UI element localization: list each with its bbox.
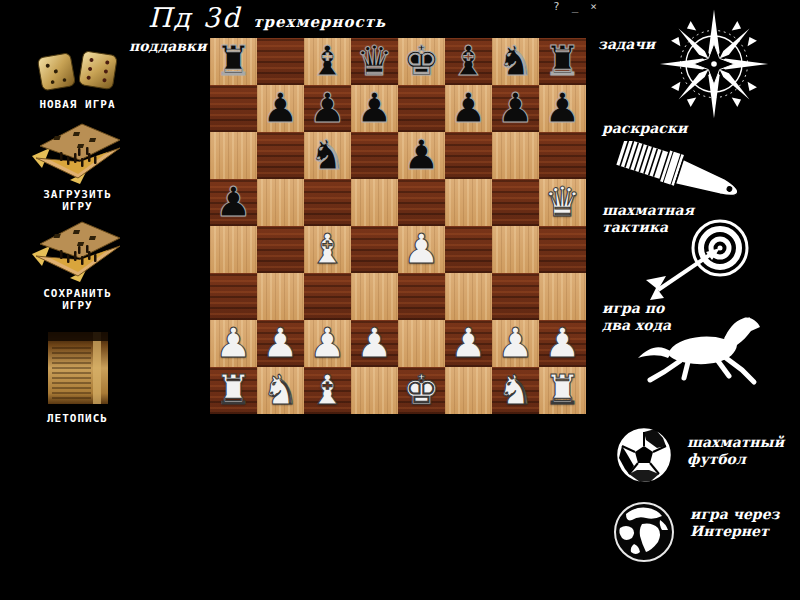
help-button[interactable]: ? <box>550 0 563 13</box>
square-g4[interactable] <box>492 226 539 273</box>
square-d6[interactable] <box>351 132 398 179</box>
square-e6[interactable]: ♟ <box>398 132 445 179</box>
galloping-horse-icon <box>632 308 772 398</box>
black-bishop: ♝ <box>309 38 346 85</box>
square-b5[interactable] <box>257 179 304 226</box>
square-d1[interactable] <box>351 367 398 414</box>
square-d5[interactable] <box>351 179 398 226</box>
ancient-book-icon <box>43 328 113 406</box>
square-c8[interactable]: ♝ <box>304 38 351 85</box>
square-e3[interactable] <box>398 273 445 320</box>
soccer-ball-icon <box>613 424 675 486</box>
white-pawn: ♟ <box>403 226 440 273</box>
square-g8[interactable]: ♞ <box>492 38 539 85</box>
square-g6[interactable] <box>492 132 539 179</box>
square-c4[interactable]: ♝ <box>304 226 351 273</box>
square-f3[interactable] <box>445 273 492 320</box>
white-knight: ♞ <box>497 367 534 414</box>
menu-coloring[interactable]: раскраски <box>602 120 792 211</box>
square-g5[interactable] <box>492 179 539 226</box>
square-f2[interactable]: ♟ <box>445 320 492 367</box>
black-bishop: ♝ <box>450 38 487 85</box>
black-pawn: ♟ <box>544 85 581 132</box>
square-c1[interactable]: ♝ <box>304 367 351 414</box>
square-h4[interactable] <box>539 226 586 273</box>
square-e1[interactable]: ♚ <box>398 367 445 414</box>
chess-football-label-line2: футбол <box>687 451 784 468</box>
square-d4[interactable] <box>351 226 398 273</box>
square-g1[interactable]: ♞ <box>492 367 539 414</box>
folding-chess-set-icon <box>30 218 126 282</box>
menu-new-game[interactable]: НОВАЯ ИГРА <box>20 48 135 111</box>
square-a5[interactable]: ♟ <box>210 179 257 226</box>
black-king: ♚ <box>403 38 440 85</box>
coloring-label: раскраски <box>602 120 792 137</box>
square-c3[interactable] <box>304 273 351 320</box>
square-a1[interactable]: ♜ <box>210 367 257 414</box>
save-game-label-line2: ИГРУ <box>20 300 135 312</box>
app-title: Пд 3d <box>148 2 241 33</box>
square-c5[interactable] <box>304 179 351 226</box>
square-f5[interactable] <box>445 179 492 226</box>
giveaway-mode-label[interactable]: поддавки <box>129 38 207 54</box>
white-queen: ♛ <box>544 179 581 226</box>
square-e7[interactable] <box>398 85 445 132</box>
square-a3[interactable] <box>210 273 257 320</box>
menu-chronicle[interactable]: ЛЕТОПИСЬ <box>20 328 135 425</box>
square-h8[interactable]: ♜ <box>539 38 586 85</box>
white-pawn: ♟ <box>544 320 581 367</box>
square-e8[interactable]: ♚ <box>398 38 445 85</box>
square-h6[interactable] <box>539 132 586 179</box>
square-a6[interactable] <box>210 132 257 179</box>
dice-icon <box>34 48 122 94</box>
square-e2[interactable] <box>398 320 445 367</box>
square-d2[interactable]: ♟ <box>351 320 398 367</box>
menu-load-game[interactable]: ЗАГРУЗИТЬ ИГРУ <box>20 120 135 213</box>
square-b8[interactable] <box>257 38 304 85</box>
white-bishop: ♝ <box>309 367 346 414</box>
square-b3[interactable] <box>257 273 304 320</box>
folding-chess-set-icon <box>30 120 126 184</box>
square-g7[interactable]: ♟ <box>492 85 539 132</box>
white-pawn: ♟ <box>450 320 487 367</box>
internet-play-label-line2: Интернет <box>690 523 779 540</box>
black-queen: ♛ <box>356 38 393 85</box>
square-b2[interactable]: ♟ <box>257 320 304 367</box>
square-h3[interactable] <box>539 273 586 320</box>
square-e5[interactable] <box>398 179 445 226</box>
square-b4[interactable] <box>257 226 304 273</box>
black-pawn: ♟ <box>356 85 393 132</box>
square-f4[interactable] <box>445 226 492 273</box>
white-pawn: ♟ <box>497 320 534 367</box>
square-b6[interactable] <box>257 132 304 179</box>
paintbrush-icon <box>614 141 746 211</box>
menu-internet-play[interactable]: игра через Интернет <box>612 500 792 566</box>
white-pawn: ♟ <box>309 320 346 367</box>
square-d8[interactable]: ♛ <box>351 38 398 85</box>
menu-save-game[interactable]: СОХРАНИТЬ ИГРУ <box>20 218 135 312</box>
square-g3[interactable] <box>492 273 539 320</box>
white-pawn: ♟ <box>215 320 252 367</box>
black-pawn: ♟ <box>215 179 252 226</box>
black-pawn: ♟ <box>262 85 299 132</box>
square-c7[interactable]: ♟ <box>304 85 351 132</box>
square-d7[interactable]: ♟ <box>351 85 398 132</box>
tactics-label-line1: шахматная <box>602 202 792 219</box>
black-knight: ♞ <box>497 38 534 85</box>
square-f1[interactable] <box>445 367 492 414</box>
square-a7[interactable] <box>210 85 257 132</box>
white-knight: ♞ <box>262 367 299 414</box>
compass-rose-icon <box>658 8 770 120</box>
black-rook: ♜ <box>544 38 581 85</box>
menu-two-move-game[interactable]: игра по два хода <box>600 298 795 390</box>
square-a4[interactable] <box>210 226 257 273</box>
chess-board[interactable]: ♜♝♛♚♝♞♜♟♟♟♟♟♟♞♟♟♛♝♟♟♟♟♟♟♟♟♜♞♝♚♞♜ <box>210 38 586 414</box>
square-c6[interactable]: ♞ <box>304 132 351 179</box>
internet-play-label-line1: игра через <box>690 506 779 523</box>
square-f8[interactable]: ♝ <box>445 38 492 85</box>
black-pawn: ♟ <box>309 85 346 132</box>
black-pawn: ♟ <box>403 132 440 179</box>
white-rook: ♜ <box>215 367 252 414</box>
black-pawn: ♟ <box>450 85 487 132</box>
minimize-button[interactable]: _ <box>569 0 582 13</box>
square-h1[interactable]: ♜ <box>539 367 586 414</box>
white-pawn: ♟ <box>262 320 299 367</box>
menu-puzzles[interactable]: задачи <box>598 30 788 114</box>
square-c2[interactable]: ♟ <box>304 320 351 367</box>
square-f6[interactable] <box>445 132 492 179</box>
square-g2[interactable]: ♟ <box>492 320 539 367</box>
square-a2[interactable]: ♟ <box>210 320 257 367</box>
black-knight: ♞ <box>309 132 346 179</box>
white-bishop: ♝ <box>309 226 346 273</box>
white-pawn: ♟ <box>356 320 393 367</box>
white-rook: ♜ <box>544 367 581 414</box>
square-h7[interactable]: ♟ <box>539 85 586 132</box>
square-b1[interactable]: ♞ <box>257 367 304 414</box>
square-e4[interactable]: ♟ <box>398 226 445 273</box>
puzzles-label: задачи <box>598 36 655 53</box>
close-button[interactable]: × <box>587 0 600 13</box>
globe-icon <box>612 500 676 564</box>
menu-chess-football[interactable]: шахматный футбол <box>613 424 793 488</box>
square-d3[interactable] <box>351 273 398 320</box>
square-f7[interactable]: ♟ <box>445 85 492 132</box>
load-game-label-line2: ИГРУ <box>20 201 135 213</box>
square-b7[interactable]: ♟ <box>257 85 304 132</box>
white-king: ♚ <box>403 367 440 414</box>
square-h5[interactable]: ♛ <box>539 179 586 226</box>
black-pawn: ♟ <box>497 85 534 132</box>
black-rook: ♜ <box>215 38 252 85</box>
target-arrow-icon <box>640 218 752 304</box>
chess-football-label-line1: шахматный <box>687 434 784 451</box>
square-h2[interactable]: ♟ <box>539 320 586 367</box>
square-a8[interactable]: ♜ <box>210 38 257 85</box>
new-game-label: НОВАЯ ИГРА <box>20 99 135 111</box>
chronicle-label: ЛЕТОПИСЬ <box>20 413 135 425</box>
app-title-sub: трехмерность <box>253 13 386 31</box>
